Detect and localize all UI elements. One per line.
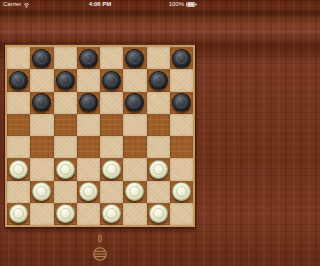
square-b7[interactable] [30,69,53,91]
battery-icon [186,2,197,7]
dark-piece[interactable] [125,93,144,112]
light-piece[interactable] [32,182,51,201]
square-a3[interactable] [7,158,30,180]
square-c5[interactable] [54,114,77,136]
dark-piece[interactable] [79,93,98,112]
square-h3[interactable] [170,158,193,180]
square-g2[interactable] [147,181,170,203]
square-c3[interactable] [54,158,77,180]
square-b2[interactable] [30,181,53,203]
light-piece[interactable] [172,182,191,201]
square-e8[interactable] [100,47,123,69]
light-piece[interactable] [149,204,168,223]
square-e6[interactable] [100,92,123,114]
square-f6[interactable] [123,92,146,114]
square-f7[interactable] [123,69,146,91]
square-e4[interactable] [100,136,123,158]
dark-piece[interactable] [149,71,168,90]
dark-piece[interactable] [172,93,191,112]
square-d2[interactable] [77,181,100,203]
light-piece[interactable] [9,160,28,179]
board-frame [5,45,195,227]
dark-piece[interactable] [32,49,51,68]
square-d5[interactable] [77,114,100,136]
square-d7[interactable] [77,69,100,91]
square-g4[interactable] [147,136,170,158]
square-c7[interactable] [54,69,77,91]
square-a2[interactable] [7,181,30,203]
carrier-label: Carrier [3,1,21,8]
square-a7[interactable] [7,69,30,91]
square-e5[interactable] [100,114,123,136]
square-h1[interactable] [170,203,193,225]
battery-percent-label: 100% [169,1,184,8]
dark-piece[interactable] [32,93,51,112]
square-g7[interactable] [147,69,170,91]
square-g3[interactable] [147,158,170,180]
square-e3[interactable] [100,158,123,180]
wifi-icon [23,2,30,8]
square-b4[interactable] [30,136,53,158]
board [7,47,193,225]
light-piece[interactable] [149,160,168,179]
square-d8[interactable] [77,47,100,69]
square-a4[interactable] [7,136,30,158]
light-piece[interactable] [102,160,121,179]
light-piece[interactable] [56,160,75,179]
square-g6[interactable] [147,92,170,114]
square-f8[interactable] [123,47,146,69]
square-e7[interactable] [100,69,123,91]
dark-piece[interactable] [9,71,28,90]
square-e1[interactable] [100,203,123,225]
square-g1[interactable] [147,203,170,225]
square-a5[interactable] [7,114,30,136]
square-b8[interactable] [30,47,53,69]
square-b5[interactable] [30,114,53,136]
square-a8[interactable] [7,47,30,69]
square-h8[interactable] [170,47,193,69]
square-b6[interactable] [30,92,53,114]
dark-piece[interactable] [125,49,144,68]
square-b1[interactable] [30,203,53,225]
light-piece[interactable] [56,204,75,223]
light-piece[interactable] [9,204,28,223]
square-a6[interactable] [7,92,30,114]
turn-indicator-icon [91,234,109,262]
dark-piece[interactable] [79,49,98,68]
square-f4[interactable] [123,136,146,158]
square-c2[interactable] [54,181,77,203]
square-f2[interactable] [123,181,146,203]
square-h6[interactable] [170,92,193,114]
light-piece[interactable] [102,204,121,223]
square-c1[interactable] [54,203,77,225]
square-g8[interactable] [147,47,170,69]
square-b3[interactable] [30,158,53,180]
square-c4[interactable] [54,136,77,158]
square-f1[interactable] [123,203,146,225]
square-h4[interactable] [170,136,193,158]
dark-piece[interactable] [172,49,191,68]
square-c6[interactable] [54,92,77,114]
square-e2[interactable] [100,181,123,203]
square-a1[interactable] [7,203,30,225]
square-d6[interactable] [77,92,100,114]
square-d4[interactable] [77,136,100,158]
square-f5[interactable] [123,114,146,136]
square-h7[interactable] [170,69,193,91]
status-bar: 4:06 PM Carrier 100% [0,0,200,9]
square-d1[interactable] [77,203,100,225]
square-d3[interactable] [77,158,100,180]
light-piece[interactable] [125,182,144,201]
dark-piece[interactable] [102,71,121,90]
square-c8[interactable] [54,47,77,69]
square-h5[interactable] [170,114,193,136]
square-g5[interactable] [147,114,170,136]
square-h2[interactable] [170,181,193,203]
dark-piece[interactable] [56,71,75,90]
light-piece[interactable] [79,182,98,201]
square-f3[interactable] [123,158,146,180]
